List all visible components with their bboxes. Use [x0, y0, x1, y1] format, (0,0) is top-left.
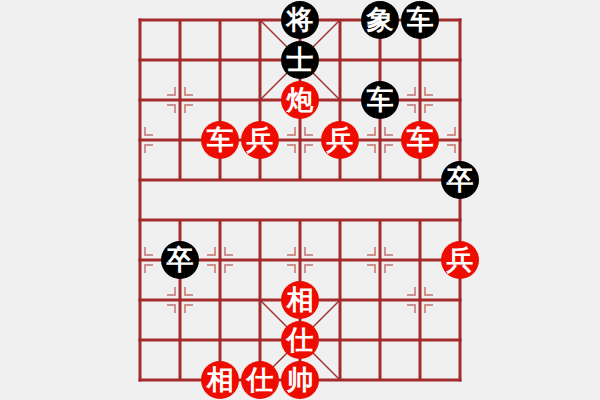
piece-red-soldier[interactable]: 兵	[241, 121, 279, 159]
piece-red-elephant[interactable]: 相	[281, 281, 319, 319]
piece-black-advisor[interactable]: 士	[281, 41, 319, 79]
piece-black-soldier[interactable]: 卒	[161, 241, 199, 279]
piece-layer: 将象车士车卒卒炮车兵兵车兵相仕相仕帅	[120, 0, 480, 400]
piece-red-cannon[interactable]: 炮	[281, 81, 319, 119]
piece-red-soldier[interactable]: 兵	[441, 241, 479, 279]
piece-red-elephant[interactable]: 相	[201, 361, 239, 399]
piece-red-advisor[interactable]: 仕	[241, 361, 279, 399]
piece-black-chariot[interactable]: 车	[401, 1, 439, 39]
piece-black-elephant[interactable]: 象	[361, 1, 399, 39]
piece-red-chariot[interactable]: 车	[201, 121, 239, 159]
xiangqi-board: 将象车士车卒卒炮车兵兵车兵相仕相仕帅	[0, 0, 600, 400]
piece-red-soldier[interactable]: 兵	[321, 121, 359, 159]
piece-red-general[interactable]: 帅	[281, 361, 319, 399]
piece-black-chariot[interactable]: 车	[361, 81, 399, 119]
piece-black-general[interactable]: 将	[281, 1, 319, 39]
piece-red-chariot[interactable]: 车	[401, 121, 439, 159]
piece-red-advisor[interactable]: 仕	[281, 321, 319, 359]
piece-black-soldier[interactable]: 卒	[441, 161, 479, 199]
